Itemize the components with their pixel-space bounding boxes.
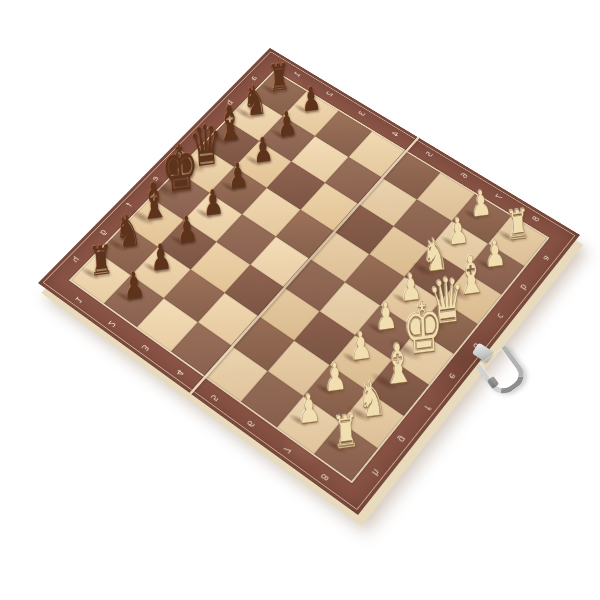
coord-label-file-b-near: b xyxy=(517,280,532,294)
coord-label-file-h-near: h xyxy=(368,465,384,481)
coord-label-file-f-far: f xyxy=(122,198,137,211)
coord-label-rank-8-near: 8 xyxy=(316,469,332,485)
coord-label-rank-7-far: 7 xyxy=(492,190,507,203)
coord-label-file-e-far: e xyxy=(148,172,163,184)
coord-label-rank-1-near: 1 xyxy=(71,293,86,307)
coord-label-rank-3-near: 3 xyxy=(138,341,154,355)
clasp-latch-icon xyxy=(472,344,532,410)
coord-label-rank-6-far: 6 xyxy=(457,169,472,181)
coord-label-file-h-far: h xyxy=(68,253,83,266)
coord-label-file-e-near: e xyxy=(445,369,461,384)
coord-label-rank-4-near: 4 xyxy=(172,366,188,380)
coord-label-rank-6-near: 6 xyxy=(242,416,258,431)
coord-label-file-c-near: c xyxy=(493,309,508,323)
product-photo-stage: aa11bb22cc33dd44ee55ff66gg77hh88 ♜♟♝♛♚♝♞… xyxy=(0,0,600,600)
coord-label-file-f-near: f xyxy=(420,400,436,415)
coord-label-file-a-far: a xyxy=(246,72,260,83)
coord-label-file-g-near: g xyxy=(394,432,410,447)
coord-label-file-c-far: c xyxy=(198,121,212,133)
coord-label-rank-5-far: 5 xyxy=(422,148,436,160)
coord-label-rank-2-far: 2 xyxy=(322,88,336,99)
playing-grid xyxy=(71,72,547,481)
coord-label-file-a-near: a xyxy=(539,252,554,265)
chess-board: aa11bb22cc33dd44ee55ff66gg77hh88 xyxy=(38,48,580,515)
coord-label-rank-7-near: 7 xyxy=(279,443,295,458)
coord-label-rank-4-far: 4 xyxy=(388,128,402,140)
coord-label-rank-5-near: 5 xyxy=(207,391,223,406)
coord-label-rank-2-near: 2 xyxy=(104,317,120,331)
coord-label-file-g-far: g xyxy=(95,225,110,238)
coord-label-rank-1-far: 1 xyxy=(290,69,304,80)
coord-label-file-b-far: b xyxy=(222,97,236,108)
coord-label-rank-3-far: 3 xyxy=(355,108,369,120)
coord-label-file-d-far: d xyxy=(173,146,187,158)
coord-label-rank-8-far: 8 xyxy=(528,212,543,225)
